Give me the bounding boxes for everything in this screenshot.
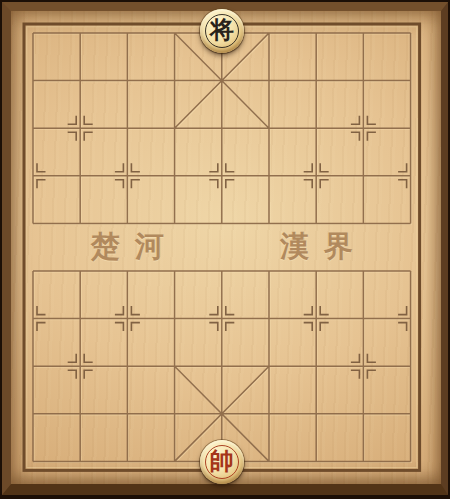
board-point-7-9[interactable]: [340, 438, 387, 486]
board-point-2-2[interactable]: [104, 104, 151, 152]
board-point-3-7[interactable]: [151, 342, 198, 390]
board-point-7-0[interactable]: [340, 9, 387, 57]
board-surface: 楚河 漢界 将帥: [11, 11, 441, 484]
board-point-6-1[interactable]: [293, 57, 340, 105]
board-point-2-0[interactable]: [104, 9, 151, 57]
board-point-8-1[interactable]: [387, 57, 434, 105]
board-point-8-5[interactable]: [387, 247, 434, 295]
board-point-7-5[interactable]: [340, 247, 387, 295]
board-point-4-6[interactable]: [198, 295, 245, 343]
board-point-7-8[interactable]: [340, 390, 387, 438]
board-point-4-4[interactable]: [198, 200, 245, 248]
board-point-5-6[interactable]: [245, 295, 292, 343]
board-point-1-6[interactable]: [57, 295, 104, 343]
board-point-8-7[interactable]: [387, 342, 434, 390]
piece-glyph-red-general: 帥: [210, 449, 234, 473]
board-point-1-3[interactable]: [57, 152, 104, 200]
piece-red-general[interactable]: 帥: [200, 440, 244, 484]
board-point-0-4[interactable]: [9, 200, 56, 248]
board-point-0-5[interactable]: [9, 247, 56, 295]
board-point-0-6[interactable]: [9, 295, 56, 343]
board-point-6-3[interactable]: [293, 152, 340, 200]
board-point-2-9[interactable]: [104, 438, 151, 486]
board-point-6-5[interactable]: [293, 247, 340, 295]
board-point-0-2[interactable]: [9, 104, 56, 152]
board-point-5-3[interactable]: [245, 152, 292, 200]
board-point-2-8[interactable]: [104, 390, 151, 438]
board-point-4-1[interactable]: [198, 57, 245, 105]
board-points[interactable]: 将帥: [9, 9, 434, 485]
board-point-2-7[interactable]: [104, 342, 151, 390]
board-point-8-4[interactable]: [387, 200, 434, 248]
board-point-0-9[interactable]: [9, 438, 56, 486]
board-point-3-5[interactable]: [151, 247, 198, 295]
board-point-3-3[interactable]: [151, 152, 198, 200]
board-point-2-6[interactable]: [104, 295, 151, 343]
board-point-7-2[interactable]: [340, 104, 387, 152]
board-point-4-0[interactable]: 将: [198, 9, 245, 57]
board-point-6-8[interactable]: [293, 390, 340, 438]
board-point-2-1[interactable]: [104, 57, 151, 105]
board-point-1-0[interactable]: [57, 9, 104, 57]
board-point-2-5[interactable]: [104, 247, 151, 295]
board-point-1-5[interactable]: [57, 247, 104, 295]
board-point-5-2[interactable]: [245, 104, 292, 152]
board-point-6-7[interactable]: [293, 342, 340, 390]
board-point-4-8[interactable]: [198, 390, 245, 438]
board-frame: 楚河 漢界 将帥: [2, 2, 448, 495]
board-point-6-2[interactable]: [293, 104, 340, 152]
piece-glyph-black-general: 将: [210, 18, 234, 42]
board-point-1-2[interactable]: [57, 104, 104, 152]
board-point-3-9[interactable]: [151, 438, 198, 486]
board-point-3-2[interactable]: [151, 104, 198, 152]
board-point-4-9[interactable]: 帥: [198, 438, 245, 486]
board-point-6-4[interactable]: [293, 200, 340, 248]
xiangqi-board-screenshot: 楚河 漢界 将帥: [0, 0, 450, 499]
board-point-8-3[interactable]: [387, 152, 434, 200]
board-point-5-7[interactable]: [245, 342, 292, 390]
board-point-4-5[interactable]: [198, 247, 245, 295]
board-point-1-8[interactable]: [57, 390, 104, 438]
board-point-0-7[interactable]: [9, 342, 56, 390]
board-point-5-4[interactable]: [245, 200, 292, 248]
board-point-4-3[interactable]: [198, 152, 245, 200]
board-point-0-3[interactable]: [9, 152, 56, 200]
board-point-5-9[interactable]: [245, 438, 292, 486]
board-point-3-8[interactable]: [151, 390, 198, 438]
board-point-5-8[interactable]: [245, 390, 292, 438]
board-point-3-0[interactable]: [151, 9, 198, 57]
board-point-6-6[interactable]: [293, 295, 340, 343]
board-point-7-3[interactable]: [340, 152, 387, 200]
board-point-6-9[interactable]: [293, 438, 340, 486]
board-point-5-0[interactable]: [245, 9, 292, 57]
board-point-8-0[interactable]: [387, 9, 434, 57]
board-point-1-4[interactable]: [57, 200, 104, 248]
board-point-3-1[interactable]: [151, 57, 198, 105]
board-point-7-1[interactable]: [340, 57, 387, 105]
board-point-3-6[interactable]: [151, 295, 198, 343]
board-point-8-8[interactable]: [387, 390, 434, 438]
board-point-7-7[interactable]: [340, 342, 387, 390]
board-point-5-5[interactable]: [245, 247, 292, 295]
board-point-6-0[interactable]: [293, 9, 340, 57]
board-point-7-6[interactable]: [340, 295, 387, 343]
board-point-7-4[interactable]: [340, 200, 387, 248]
board-point-3-4[interactable]: [151, 200, 198, 248]
board-point-2-4[interactable]: [104, 200, 151, 248]
board-point-5-1[interactable]: [245, 57, 292, 105]
board-point-0-0[interactable]: [9, 9, 56, 57]
board-point-1-7[interactable]: [57, 342, 104, 390]
board-point-8-9[interactable]: [387, 438, 434, 486]
piece-black-general[interactable]: 将: [200, 9, 244, 53]
board-point-1-9[interactable]: [57, 438, 104, 486]
board-point-4-7[interactable]: [198, 342, 245, 390]
board-point-8-6[interactable]: [387, 295, 434, 343]
board-point-1-1[interactable]: [57, 57, 104, 105]
board-point-2-3[interactable]: [104, 152, 151, 200]
board-point-8-2[interactable]: [387, 104, 434, 152]
board-point-0-1[interactable]: [9, 57, 56, 105]
board-point-0-8[interactable]: [9, 390, 56, 438]
board-point-4-2[interactable]: [198, 104, 245, 152]
